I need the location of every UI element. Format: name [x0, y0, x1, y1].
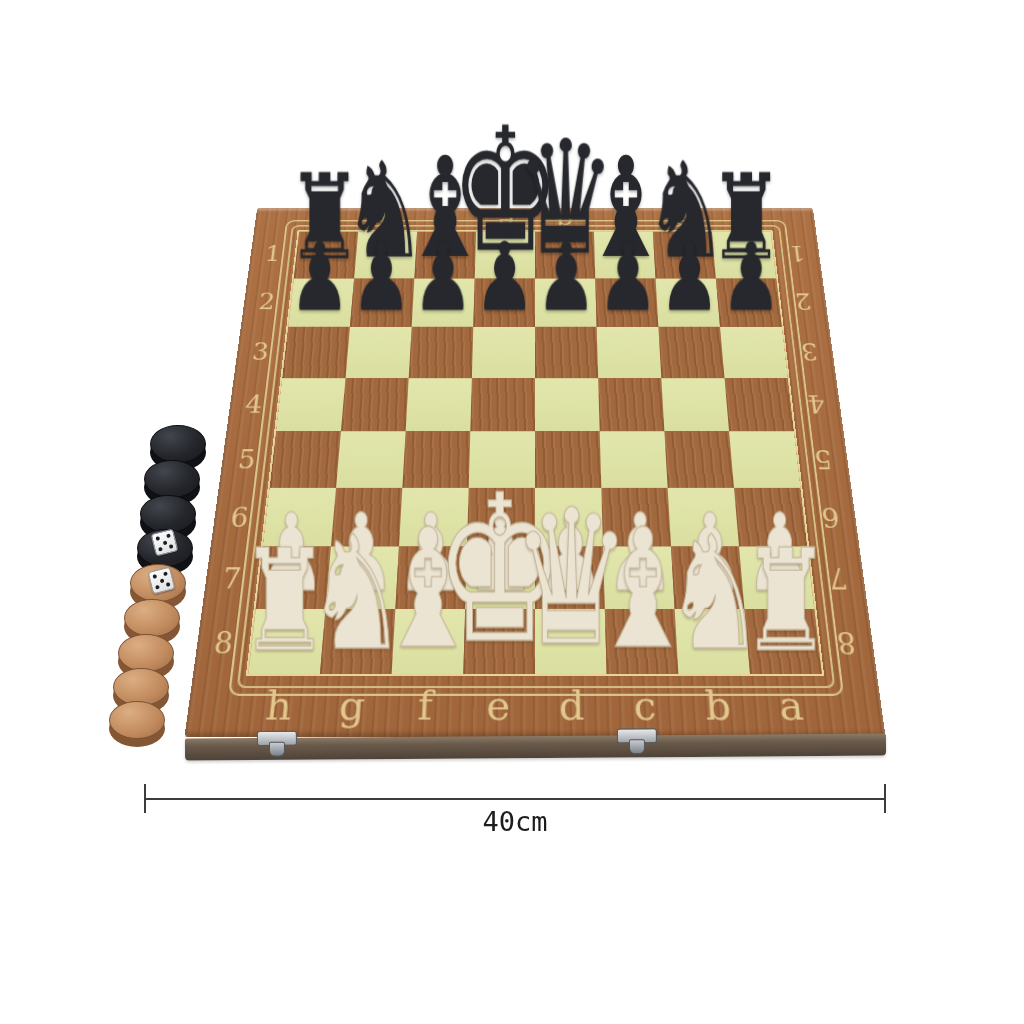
square-h5 [270, 431, 341, 487]
square-f3 [409, 327, 474, 378]
square-h4 [276, 378, 345, 431]
square-c4 [598, 378, 664, 431]
piece-white-rook: ♜ [740, 531, 831, 672]
product-photo: hgfedcba hgfedcba 12345678 12345678 ♜♞♝♚… [0, 0, 1024, 1024]
square-e3 [472, 327, 535, 378]
piece-black-pawn: ♟ [597, 230, 658, 325]
square-a4 [724, 378, 793, 431]
squares-grid: ♜♞♝♚♛♝♞♜♟♟♟♟♟♟♟♟♟♟♟♟♟♟♟♟♜♞♝♚♛♝♞♜ [248, 232, 821, 674]
square-d4 [535, 378, 600, 431]
square-b5 [664, 431, 734, 487]
square-b4 [661, 378, 729, 431]
piece-black-pawn: ♟ [474, 230, 535, 325]
square-f2: ♟ [412, 278, 475, 327]
square-d3 [535, 327, 598, 378]
square-b3 [658, 327, 724, 378]
piece-black-pawn: ♟ [658, 230, 719, 325]
square-d2: ♟ [535, 278, 597, 327]
file-label-g: g [313, 674, 391, 737]
square-c2: ♟ [595, 278, 658, 327]
square-b2: ♟ [656, 278, 720, 327]
file-labels-bottom: hgfedcba [239, 674, 831, 737]
playing-area: ♜♞♝♚♛♝♞♜♟♟♟♟♟♟♟♟♟♟♟♟♟♟♟♟♜♞♝♚♛♝♞♜ [246, 230, 824, 676]
square-b8: ♞ [675, 608, 750, 673]
rank-label-5: 5 [219, 431, 275, 488]
square-e4 [470, 378, 535, 431]
rank-label-2: 2 [241, 277, 292, 326]
chess-board: hgfedcba hgfedcba 12345678 12345678 ♜♞♝♚… [184, 208, 885, 736]
square-a5 [729, 431, 800, 487]
piece-black-pawn: ♟ [289, 230, 350, 325]
piece-black-pawn: ♟ [720, 230, 781, 325]
file-label-f: f [387, 674, 463, 737]
rank-label-4: 4 [789, 377, 843, 431]
rank-label-5: 5 [796, 431, 852, 488]
square-h3 [282, 327, 350, 378]
square-a2: ♟ [716, 278, 782, 327]
metal-clasp [257, 731, 295, 757]
file-label-a: a [752, 674, 832, 737]
piece-black-pawn: ♟ [412, 230, 473, 325]
square-e2: ♟ [473, 278, 535, 327]
square-h2: ♟ [288, 278, 354, 327]
square-g2: ♟ [350, 278, 414, 327]
clasp-hook [629, 739, 645, 754]
metal-clasp [617, 728, 655, 754]
rank-label-3: 3 [234, 326, 287, 377]
square-g3 [346, 327, 412, 378]
rank-label-3: 3 [784, 326, 837, 377]
file-label-b: b [679, 674, 757, 737]
square-c3 [597, 327, 662, 378]
piece-black-pawn: ♟ [535, 230, 596, 325]
clasp-hook [269, 742, 285, 757]
file-label-h: h [239, 674, 319, 737]
file-label-d: d [535, 674, 609, 737]
square-a8: ♜ [744, 608, 821, 673]
square-g5 [336, 431, 406, 487]
file-label-e: e [461, 674, 535, 737]
square-a3 [720, 327, 788, 378]
board-perspective-wrapper: hgfedcba hgfedcba 12345678 12345678 ♜♞♝♚… [0, 0, 1024, 1024]
piece-black-pawn: ♟ [350, 230, 411, 325]
rank-label-2: 2 [778, 277, 829, 326]
square-g4 [341, 378, 409, 431]
rank-label-4: 4 [226, 377, 280, 431]
square-f4 [406, 378, 472, 431]
